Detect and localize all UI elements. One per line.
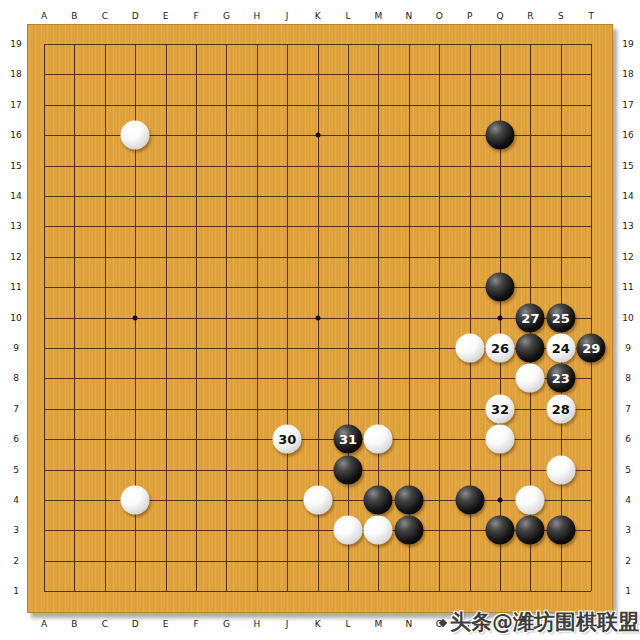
- coord-label-bottom-L: L: [345, 619, 350, 629]
- coord-label-right-4: 4: [625, 495, 631, 505]
- board-overlay: AABBCCDDEEFFGGHHJJKKLLMMNNOOPPQQRRSSTT19…: [0, 0, 640, 640]
- coord-label-right-13: 13: [622, 221, 633, 231]
- coord-label-right-8: 8: [625, 373, 631, 383]
- coord-label-right-17: 17: [622, 100, 633, 110]
- stone-black-R10[interactable]: 27: [516, 303, 545, 332]
- coord-label-bottom-G: G: [223, 619, 230, 629]
- stone-black-S10[interactable]: 25: [546, 303, 575, 332]
- stone-white-D16[interactable]: [121, 121, 150, 150]
- grid-line-horizontal: [44, 470, 591, 471]
- stone-black-P4[interactable]: [455, 486, 484, 515]
- coord-label-right-7: 7: [625, 404, 631, 414]
- coord-label-top-G: G: [223, 11, 230, 21]
- coord-label-top-O: O: [436, 11, 443, 21]
- stone-white-K4[interactable]: [303, 486, 332, 515]
- coord-label-top-Q: Q: [496, 11, 503, 21]
- coord-label-bottom-F: F: [193, 619, 198, 629]
- coord-label-left-7: 7: [13, 404, 19, 414]
- coord-label-top-F: F: [193, 11, 198, 21]
- coord-label-right-11: 11: [622, 282, 633, 292]
- coord-label-left-9: 9: [13, 343, 19, 353]
- coord-label-top-B: B: [71, 11, 77, 21]
- coord-label-right-12: 12: [622, 252, 633, 262]
- coord-label-top-D: D: [132, 11, 139, 21]
- stone-white-S9[interactable]: 24: [546, 334, 575, 363]
- coord-label-right-6: 6: [625, 434, 631, 444]
- coord-label-top-R: R: [527, 11, 533, 21]
- coord-label-left-4: 4: [13, 495, 19, 505]
- watermark: 头条@潍坊围棋联盟: [440, 608, 639, 636]
- coord-label-bottom-N: N: [405, 619, 412, 629]
- coord-label-left-3: 3: [13, 525, 19, 535]
- coord-label-left-16: 16: [10, 130, 21, 140]
- coord-label-bottom-B: B: [71, 619, 77, 629]
- stone-black-R3[interactable]: [516, 516, 545, 545]
- coord-label-left-5: 5: [13, 465, 19, 475]
- coord-label-right-14: 14: [622, 191, 633, 201]
- coord-label-left-10: 10: [10, 313, 21, 323]
- coord-label-right-16: 16: [622, 130, 633, 140]
- stone-black-R9[interactable]: [516, 334, 545, 363]
- stone-white-S7[interactable]: 28: [546, 394, 575, 423]
- stone-white-J6[interactable]: 30: [273, 425, 302, 454]
- stone-black-L6[interactable]: 31: [334, 425, 363, 454]
- coord-label-top-L: L: [345, 11, 350, 21]
- coord-label-left-14: 14: [10, 191, 21, 201]
- star-point-Q4: [498, 498, 503, 503]
- coord-label-top-K: K: [315, 11, 321, 21]
- coord-label-right-18: 18: [622, 69, 633, 79]
- coord-label-bottom-H: H: [253, 619, 260, 629]
- coord-label-top-A: A: [41, 11, 47, 21]
- stone-black-S8[interactable]: 23: [546, 364, 575, 393]
- coord-label-top-E: E: [163, 11, 169, 21]
- coord-label-left-17: 17: [10, 100, 21, 110]
- stone-white-S5[interactable]: [546, 455, 575, 484]
- stone-white-P9[interactable]: [455, 334, 484, 363]
- stone-black-Q16[interactable]: [486, 121, 515, 150]
- watermark-text: 头条@潍坊围棋联盟: [450, 610, 639, 634]
- coord-label-left-8: 8: [13, 373, 19, 383]
- star-point-K10: [315, 315, 320, 320]
- grid-line-vertical: [591, 44, 592, 591]
- coord-label-bottom-C: C: [102, 619, 108, 629]
- grid-line-horizontal: [44, 591, 591, 592]
- coord-label-right-3: 3: [625, 525, 631, 535]
- stone-black-L5[interactable]: [334, 455, 363, 484]
- coord-label-right-5: 5: [625, 465, 631, 475]
- coord-label-bottom-E: E: [163, 619, 169, 629]
- stone-white-M3[interactable]: [364, 516, 393, 545]
- go-diagram-screen: AABBCCDDEEFFGGHHJJKKLLMMNNOOPPQQRRSSTT19…: [0, 0, 640, 640]
- stone-black-Q3[interactable]: [486, 516, 515, 545]
- coord-label-top-N: N: [405, 11, 412, 21]
- coord-label-right-9: 9: [625, 343, 631, 353]
- coord-label-bottom-D: D: [132, 619, 139, 629]
- stone-white-L3[interactable]: [334, 516, 363, 545]
- stone-white-Q7[interactable]: 32: [486, 394, 515, 423]
- coord-label-top-S: S: [558, 11, 564, 21]
- stone-white-Q9[interactable]: 26: [486, 334, 515, 363]
- coord-label-left-1: 1: [13, 586, 19, 596]
- stone-black-Q11[interactable]: [486, 273, 515, 302]
- grid-line-vertical: [439, 44, 440, 591]
- coord-label-top-P: P: [467, 11, 472, 21]
- coord-label-right-15: 15: [622, 161, 633, 171]
- coord-label-bottom-M: M: [375, 619, 383, 629]
- star-point-D10: [133, 315, 138, 320]
- coord-label-bottom-K: K: [315, 619, 321, 629]
- grid-line-horizontal: [44, 561, 591, 562]
- stone-black-T9[interactable]: 29: [577, 334, 606, 363]
- coord-label-left-6: 6: [13, 434, 19, 444]
- coord-label-left-15: 15: [10, 161, 21, 171]
- toutiao-logo-mark: [439, 619, 447, 627]
- stone-white-R4[interactable]: [516, 486, 545, 515]
- coord-label-top-H: H: [253, 11, 260, 21]
- stone-white-Q6[interactable]: [486, 425, 515, 454]
- stone-black-S3[interactable]: [546, 516, 575, 545]
- stone-black-N3[interactable]: [394, 516, 423, 545]
- coord-label-bottom-A: A: [41, 619, 47, 629]
- coord-label-bottom-J: J: [286, 619, 289, 629]
- coord-label-top-J: J: [286, 11, 289, 21]
- coord-label-right-1: 1: [625, 586, 631, 596]
- coord-label-left-2: 2: [13, 556, 19, 566]
- stone-white-R8[interactable]: [516, 364, 545, 393]
- stone-white-D4[interactable]: [121, 486, 150, 515]
- coord-label-left-13: 13: [10, 221, 21, 231]
- grid-line-horizontal: [44, 378, 591, 379]
- coord-label-right-19: 19: [622, 39, 633, 49]
- coord-label-left-19: 19: [10, 39, 21, 49]
- coord-label-top-T: T: [588, 11, 594, 21]
- coord-label-left-12: 12: [10, 252, 21, 262]
- coord-label-right-10: 10: [622, 313, 633, 323]
- stone-black-M4[interactable]: [364, 486, 393, 515]
- stone-white-M6[interactable]: [364, 425, 393, 454]
- grid-line-vertical: [348, 44, 349, 591]
- stone-black-N4[interactable]: [394, 486, 423, 515]
- coord-label-left-18: 18: [10, 69, 21, 79]
- star-point-K16: [315, 133, 320, 138]
- coord-label-left-11: 11: [10, 282, 21, 292]
- coord-label-right-2: 2: [625, 556, 631, 566]
- coord-label-top-M: M: [375, 11, 383, 21]
- star-point-Q10: [498, 315, 503, 320]
- coord-label-top-C: C: [102, 11, 108, 21]
